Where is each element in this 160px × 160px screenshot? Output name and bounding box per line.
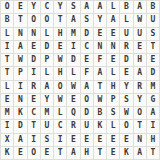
grid-cell[interactable]: E bbox=[107, 147, 119, 159]
grid-cell[interactable]: T bbox=[1, 67, 13, 79]
grid-cell[interactable]: E bbox=[41, 147, 53, 159]
grid-cell[interactable]: W bbox=[120, 107, 132, 119]
grid-cell[interactable]: I bbox=[28, 134, 40, 146]
grid-cell[interactable]: A bbox=[134, 1, 146, 13]
grid-cell[interactable]: U bbox=[120, 28, 132, 40]
grid-cell[interactable]: O bbox=[54, 81, 66, 93]
grid-cell[interactable]: L bbox=[120, 14, 132, 26]
grid-cell[interactable]: D bbox=[14, 120, 26, 132]
grid-cell[interactable]: H bbox=[107, 81, 119, 93]
grid-cell[interactable]: B bbox=[120, 1, 132, 13]
grid-cell[interactable]: W bbox=[134, 14, 146, 26]
grid-cell[interactable]: S bbox=[107, 107, 119, 119]
grid-cell[interactable]: E bbox=[147, 54, 159, 66]
grid-cell[interactable]: E bbox=[28, 94, 40, 106]
grid-cell[interactable]: I bbox=[1, 120, 13, 132]
grid-cell[interactable]: B bbox=[94, 107, 106, 119]
grid-cell[interactable]: D bbox=[28, 54, 40, 66]
grid-cell[interactable]: I bbox=[14, 81, 26, 93]
grid-cell[interactable]: N bbox=[14, 94, 26, 106]
grid-cell[interactable]: M bbox=[67, 28, 79, 40]
grid-cell[interactable]: S bbox=[81, 14, 93, 26]
grid-cell[interactable]: Y bbox=[28, 1, 40, 13]
grid-cell[interactable]: D bbox=[147, 67, 159, 79]
grid-cell[interactable]: E bbox=[120, 134, 132, 146]
grid-cell[interactable]: U bbox=[147, 14, 159, 26]
grid-cell[interactable]: C bbox=[54, 120, 66, 132]
grid-cell[interactable]: M bbox=[1, 107, 13, 119]
grid-cell[interactable]: C bbox=[81, 41, 93, 53]
grid-cell[interactable]: N bbox=[94, 41, 106, 53]
grid-cell[interactable]: H bbox=[134, 54, 146, 66]
grid-cell[interactable]: H bbox=[81, 147, 93, 159]
grid-cell[interactable]: U bbox=[134, 28, 146, 40]
grid-cell[interactable]: E bbox=[120, 67, 132, 79]
grid-cell[interactable]: A bbox=[41, 81, 53, 93]
grid-cell[interactable]: Y bbox=[54, 1, 66, 13]
grid-cell[interactable]: W bbox=[54, 54, 66, 66]
grid-cell[interactable]: Y bbox=[94, 14, 106, 26]
grid-cell[interactable]: T bbox=[94, 81, 106, 93]
grid-cell[interactable]: R bbox=[28, 81, 40, 93]
grid-cell[interactable]: X bbox=[1, 134, 13, 146]
grid-cell[interactable]: S bbox=[120, 94, 132, 106]
grid-cell[interactable]: E bbox=[94, 28, 106, 40]
grid-cell[interactable]: N bbox=[28, 28, 40, 40]
grid-cell[interactable]: O bbox=[134, 107, 146, 119]
grid-cell[interactable]: L bbox=[107, 67, 119, 79]
grid-cell[interactable]: M bbox=[147, 81, 159, 93]
grid-cell[interactable]: P bbox=[107, 94, 119, 106]
grid-cell[interactable]: T bbox=[134, 120, 146, 132]
grid-cell[interactable]: E bbox=[107, 28, 119, 40]
grid-cell[interactable]: L bbox=[41, 67, 53, 79]
grid-cell[interactable]: K bbox=[14, 107, 26, 119]
grid-cell[interactable]: A bbox=[81, 81, 93, 93]
grid-cell[interactable]: A bbox=[134, 147, 146, 159]
grid-cell[interactable]: T bbox=[54, 14, 66, 26]
grid-cell[interactable]: M bbox=[41, 107, 53, 119]
grid-cell[interactable]: Y bbox=[41, 94, 53, 106]
grid-cell[interactable]: T bbox=[1, 54, 13, 66]
grid-cell[interactable]: E bbox=[14, 1, 26, 13]
grid-cell[interactable]: I bbox=[147, 120, 159, 132]
grid-cell[interactable]: I bbox=[54, 134, 66, 146]
grid-cell[interactable]: A bbox=[67, 147, 79, 159]
grid-cell[interactable]: E bbox=[67, 134, 79, 146]
grid-cell[interactable]: D bbox=[81, 28, 93, 40]
grid-cell[interactable]: E bbox=[107, 54, 119, 66]
grid-cell[interactable]: I bbox=[1, 41, 13, 53]
grid-cell[interactable]: A bbox=[107, 14, 119, 26]
grid-cell[interactable]: L bbox=[41, 28, 53, 40]
grid-cell[interactable]: W bbox=[54, 94, 66, 106]
grid-cell[interactable]: T bbox=[147, 147, 159, 159]
grid-cell[interactable]: E bbox=[107, 134, 119, 146]
grid-cell[interactable]: R bbox=[134, 81, 146, 93]
grid-cell[interactable]: L bbox=[54, 107, 66, 119]
grid-cell[interactable]: A bbox=[134, 67, 146, 79]
grid-cell[interactable]: K bbox=[120, 147, 132, 159]
grid-cell[interactable]: C bbox=[41, 1, 53, 13]
grid-cell[interactable]: Y bbox=[120, 81, 132, 93]
grid-cell[interactable]: T bbox=[94, 147, 106, 159]
grid-cell[interactable]: T bbox=[147, 41, 159, 53]
grid-cell[interactable]: L bbox=[107, 120, 119, 132]
grid-cell[interactable]: E bbox=[81, 134, 93, 146]
grid-cell[interactable]: I bbox=[28, 67, 40, 79]
grid-cell[interactable]: R bbox=[120, 41, 132, 53]
grid-cell[interactable]: F bbox=[81, 67, 93, 79]
grid-cell[interactable]: S bbox=[67, 1, 79, 13]
grid-cell[interactable]: A bbox=[94, 67, 106, 79]
grid-cell[interactable]: O bbox=[28, 147, 40, 159]
grid-cell[interactable]: D bbox=[120, 54, 132, 66]
grid-cell[interactable]: G bbox=[147, 94, 159, 106]
grid-cell[interactable]: H bbox=[54, 67, 66, 79]
grid-cell[interactable]: L bbox=[67, 67, 79, 79]
grid-cell[interactable]: S bbox=[147, 28, 159, 40]
grid-cell[interactable]: W bbox=[14, 54, 26, 66]
grid-cell[interactable]: L bbox=[1, 81, 13, 93]
grid-cell[interactable]: T bbox=[14, 14, 26, 26]
grid-cell[interactable]: O bbox=[1, 1, 13, 13]
grid-cell[interactable]: H bbox=[147, 134, 159, 146]
grid-cell[interactable]: F bbox=[94, 54, 106, 66]
grid-cell[interactable]: B bbox=[147, 1, 159, 13]
grid-cell[interactable]: A bbox=[14, 41, 26, 53]
grid-cell[interactable]: E bbox=[54, 41, 66, 53]
grid-cell[interactable]: K bbox=[1, 147, 13, 159]
grid-cell[interactable]: S bbox=[41, 134, 53, 146]
grid-cell[interactable]: U bbox=[41, 120, 53, 132]
grid-cell[interactable]: U bbox=[81, 120, 93, 132]
grid-cell[interactable]: E bbox=[28, 41, 40, 53]
grid-cell[interactable]: T bbox=[28, 120, 40, 132]
grid-cell[interactable]: D bbox=[81, 107, 93, 119]
grid-cell[interactable]: B bbox=[1, 14, 13, 26]
grid-cell[interactable]: E bbox=[81, 54, 93, 66]
grid-cell[interactable]: W bbox=[94, 94, 106, 106]
grid-cell[interactable]: O bbox=[41, 14, 53, 26]
grid-cell[interactable]: A bbox=[67, 14, 79, 26]
grid-cell[interactable]: K bbox=[94, 120, 106, 132]
grid-cell[interactable]: T bbox=[54, 147, 66, 159]
grid-cell[interactable]: A bbox=[147, 107, 159, 119]
grid-cell[interactable]: P bbox=[14, 67, 26, 79]
grid-cell[interactable]: D bbox=[41, 41, 53, 53]
grid-cell[interactable]: E bbox=[134, 41, 146, 53]
grid-cell[interactable]: A bbox=[81, 1, 93, 13]
grid-cell[interactable]: Y bbox=[134, 94, 146, 106]
grid-cell[interactable]: O bbox=[120, 120, 132, 132]
grid-cell[interactable]: W bbox=[67, 81, 79, 93]
grid-cell[interactable]: C bbox=[28, 107, 40, 119]
word-search-board: OEYCYSAALBABBTOOTASYALWULNNLHMDEEUUSIAED… bbox=[0, 0, 160, 160]
grid-cell[interactable]: H bbox=[54, 28, 66, 40]
grid-cell[interactable]: E bbox=[94, 134, 106, 146]
grid-cell[interactable]: O bbox=[28, 14, 40, 26]
grid-cell[interactable]: O bbox=[81, 94, 93, 106]
grid-cell[interactable]: I bbox=[67, 41, 79, 53]
grid-cell[interactable]: E bbox=[14, 147, 26, 159]
grid-cell[interactable]: N bbox=[134, 134, 146, 146]
grid-cell[interactable]: A bbox=[14, 134, 26, 146]
grid-cell[interactable]: R bbox=[67, 120, 79, 132]
grid-cell[interactable]: L bbox=[1, 28, 13, 40]
grid-cell[interactable]: A bbox=[94, 1, 106, 13]
grid-cell[interactable]: N bbox=[107, 41, 119, 53]
grid-cell[interactable]: L bbox=[107, 1, 119, 13]
grid-cell[interactable]: D bbox=[67, 54, 79, 66]
grid-cell[interactable]: E bbox=[67, 94, 79, 106]
grid-cell[interactable]: E bbox=[1, 94, 13, 106]
grid-cell[interactable]: N bbox=[14, 28, 26, 40]
grid-cell[interactable]: P bbox=[41, 54, 53, 66]
grid-cell[interactable]: Q bbox=[67, 107, 79, 119]
